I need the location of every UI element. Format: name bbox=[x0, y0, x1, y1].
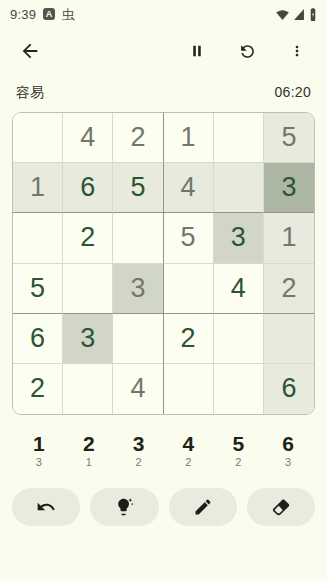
numpad-key-4[interactable]: 42 bbox=[163, 433, 213, 468]
wifi-icon bbox=[276, 9, 289, 20]
toolbar bbox=[0, 30, 327, 76]
cell-r6c4[interactable] bbox=[164, 364, 214, 414]
cell-r1c2[interactable]: 4 bbox=[63, 113, 113, 163]
status-right-icons bbox=[276, 8, 317, 21]
numpad-remaining-count: 3 bbox=[285, 457, 291, 468]
timer-label: 06:20 bbox=[274, 84, 311, 100]
cell-r4c6[interactable]: 2 bbox=[264, 264, 314, 314]
sudoku-board: 42151654325315342632246 bbox=[12, 112, 315, 415]
pause-icon bbox=[188, 42, 206, 64]
cell-r2c4[interactable]: 4 bbox=[164, 163, 214, 213]
numpad-digit: 3 bbox=[133, 433, 145, 454]
cell-r1c4[interactable]: 1 bbox=[164, 113, 214, 163]
overflow-menu-icon bbox=[289, 43, 305, 63]
restart-button[interactable] bbox=[233, 39, 261, 67]
numpad-key-1[interactable]: 13 bbox=[14, 433, 64, 468]
numpad-remaining-count: 2 bbox=[185, 457, 191, 468]
cell-r1c6[interactable]: 5 bbox=[264, 113, 314, 163]
numpad-key-6[interactable]: 63 bbox=[263, 433, 313, 468]
numpad-remaining-count: 2 bbox=[136, 457, 142, 468]
pencil-button[interactable] bbox=[169, 488, 237, 526]
cell-r4c2[interactable] bbox=[63, 264, 113, 314]
cell-r4c3[interactable]: 3 bbox=[113, 264, 163, 314]
cell-r3c3[interactable] bbox=[113, 213, 163, 263]
cell-r6c3[interactable]: 4 bbox=[113, 364, 163, 414]
cell-r1c3[interactable]: 2 bbox=[113, 113, 163, 163]
cell-r3c2[interactable]: 2 bbox=[63, 213, 113, 263]
back-button[interactable] bbox=[16, 39, 44, 67]
cell-r4c4[interactable] bbox=[164, 264, 214, 314]
cell-r3c5[interactable]: 3 bbox=[214, 213, 264, 263]
cell-r6c2[interactable] bbox=[63, 364, 113, 414]
numpad-remaining-count: 3 bbox=[36, 457, 42, 468]
cell-r2c3[interactable]: 5 bbox=[113, 163, 163, 213]
numpad-digit: 6 bbox=[282, 433, 294, 454]
hint-icon bbox=[114, 497, 134, 517]
undo-button[interactable] bbox=[12, 488, 80, 526]
status-time: 9:39 bbox=[10, 7, 36, 22]
cell-r5c4[interactable]: 2 bbox=[164, 314, 214, 364]
cell-r6c1[interactable]: 2 bbox=[13, 364, 63, 414]
pencil-icon bbox=[193, 497, 213, 517]
signal-icon bbox=[293, 9, 305, 20]
cell-r5c6[interactable] bbox=[264, 314, 314, 364]
cell-r3c6[interactable]: 1 bbox=[264, 213, 314, 263]
eraser-icon bbox=[271, 497, 291, 517]
hint-button[interactable] bbox=[90, 488, 158, 526]
numpad-digit: 2 bbox=[83, 433, 95, 454]
numpad-remaining-count: 2 bbox=[235, 457, 241, 468]
numpad-remaining-count: 1 bbox=[86, 457, 92, 468]
numpad-digit: 5 bbox=[232, 433, 244, 454]
number-pad: 132132425263 bbox=[0, 415, 327, 468]
overflow-menu-button[interactable] bbox=[283, 39, 311, 67]
cell-r5c1[interactable]: 6 bbox=[13, 314, 63, 364]
numpad-key-5[interactable]: 52 bbox=[213, 433, 263, 468]
pause-button[interactable] bbox=[183, 39, 211, 67]
cell-r4c1[interactable]: 5 bbox=[13, 264, 63, 314]
battery-charging-icon bbox=[309, 8, 317, 21]
app-badge-icon: A bbox=[43, 8, 55, 20]
bug-glyph-icon: 虫 bbox=[62, 8, 75, 21]
restart-icon bbox=[238, 42, 257, 65]
cell-r2c5[interactable] bbox=[214, 163, 264, 213]
toolbar-right bbox=[183, 39, 311, 67]
eraser-button[interactable] bbox=[247, 488, 315, 526]
numpad-key-3[interactable]: 32 bbox=[114, 433, 164, 468]
cell-r6c5[interactable] bbox=[214, 364, 264, 414]
cell-r3c4[interactable]: 5 bbox=[164, 213, 214, 263]
status-bar: 9:39 A 虫 bbox=[0, 0, 327, 26]
cell-r1c5[interactable] bbox=[214, 113, 264, 163]
info-row: 容易 06:20 bbox=[0, 76, 327, 112]
cell-r2c1[interactable]: 1 bbox=[13, 163, 63, 213]
cell-r6c6[interactable]: 6 bbox=[264, 364, 314, 414]
numpad-key-2[interactable]: 21 bbox=[64, 433, 114, 468]
difficulty-label: 容易 bbox=[16, 84, 44, 102]
cell-r2c6[interactable]: 3 bbox=[264, 163, 314, 213]
numpad-digit: 4 bbox=[183, 433, 195, 454]
cell-r2c2[interactable]: 6 bbox=[63, 163, 113, 213]
action-bar bbox=[0, 468, 327, 526]
cell-r3c1[interactable] bbox=[13, 213, 63, 263]
cell-r5c3[interactable] bbox=[113, 314, 163, 364]
back-icon bbox=[19, 40, 41, 66]
sudoku-app: 9:39 A 虫 bbox=[0, 0, 327, 581]
cell-r5c5[interactable] bbox=[214, 314, 264, 364]
numpad-digit: 1 bbox=[33, 433, 45, 454]
cell-r5c2[interactable]: 3 bbox=[63, 314, 113, 364]
cell-r1c1[interactable] bbox=[13, 113, 63, 163]
cell-r4c5[interactable]: 4 bbox=[214, 264, 264, 314]
undo-icon bbox=[36, 497, 56, 517]
